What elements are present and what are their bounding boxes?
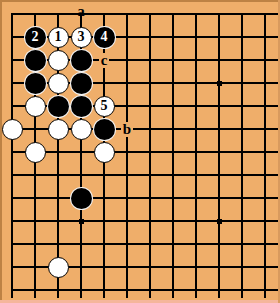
white-stone — [25, 142, 46, 163]
white-stone — [71, 119, 92, 140]
white-stone — [48, 119, 69, 140]
board-frame-right — [278, 0, 280, 303]
white-stone-move-1: 1 — [48, 27, 69, 48]
black-stone — [71, 73, 92, 94]
black-stone — [94, 119, 115, 140]
point-label-c: c — [99, 53, 110, 68]
white-stone-move-5: 5 — [94, 96, 115, 117]
white-stone — [48, 73, 69, 94]
board-frame-top — [0, 0, 280, 2]
white-stone — [25, 96, 46, 117]
black-stone — [25, 73, 46, 94]
white-stone-move-3: 3 — [71, 27, 92, 48]
white-stone — [94, 142, 115, 163]
black-stone — [71, 50, 92, 71]
point-label-a: a — [75, 4, 87, 19]
black-stone — [25, 50, 46, 71]
point-label-b: b — [121, 122, 133, 137]
white-stone — [48, 257, 69, 278]
black-stone — [71, 96, 92, 117]
white-stone — [48, 50, 69, 71]
go-board: a2134c5b — [0, 0, 280, 303]
board-frame-left — [0, 0, 2, 303]
star-point — [79, 219, 84, 224]
white-stone — [2, 119, 23, 140]
black-stone — [48, 96, 69, 117]
star-point — [217, 219, 222, 224]
black-stone-move-4: 4 — [94, 27, 115, 48]
black-stone — [71, 188, 92, 209]
star-point — [217, 81, 222, 86]
black-stone-move-2: 2 — [25, 27, 46, 48]
stones-grid: a2134c5b — [1, 3, 277, 302]
